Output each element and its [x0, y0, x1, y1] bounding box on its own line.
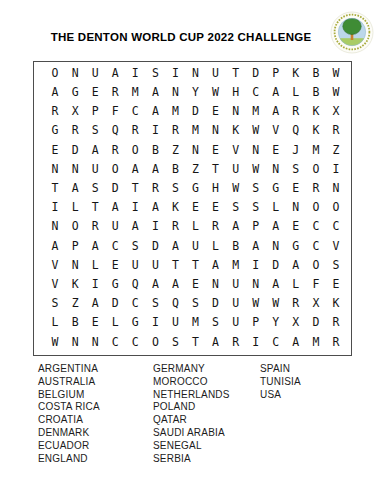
grid-cell: J	[286, 141, 306, 160]
grid-cell: A	[206, 333, 226, 352]
grid-cell: T	[206, 160, 226, 179]
grid-cell: L	[105, 314, 125, 333]
grid-cell: F	[105, 102, 125, 121]
grid-cell: I	[125, 64, 145, 83]
grid-cell: K	[306, 122, 326, 141]
word-list-item: ECUADOR	[38, 440, 153, 453]
grid-cell: D	[105, 179, 125, 198]
grid-cell: N	[206, 275, 226, 294]
word-list-item: SAUDI ARABIA	[153, 427, 260, 440]
grid-cell: S	[85, 122, 105, 141]
grid-cell: S	[145, 294, 165, 313]
grid-cell: E	[105, 256, 125, 275]
grid-cell: L	[45, 314, 65, 333]
grid-cell: E	[286, 218, 306, 237]
grid-cell: M	[165, 102, 185, 121]
grid-cell: A	[206, 256, 226, 275]
word-list-item: QATAR	[153, 414, 260, 427]
grid-cell: B	[306, 83, 326, 102]
grid-cell: M	[185, 314, 205, 333]
grid-cell: L	[185, 218, 205, 237]
grid-cell: Q	[286, 122, 306, 141]
grid-cell: I	[246, 256, 266, 275]
grid-cell: I	[145, 122, 165, 141]
grid-cell: I	[85, 275, 105, 294]
word-search-grid: ONUAISINUTDPKBWAGERMANYWHCALBWRXPFCAMDEN…	[33, 61, 352, 356]
grid-cell: A	[105, 198, 125, 217]
grid-cell: S	[206, 314, 226, 333]
grid-cell: I	[326, 160, 346, 179]
worksheet-page: THE DENTON WORLD CUP 2022 CHALLENGE ONUA…	[0, 0, 386, 500]
grid-cell: R	[65, 122, 85, 141]
grid-cell: G	[266, 179, 286, 198]
grid-cell: A	[286, 256, 306, 275]
grid-cell: T	[185, 333, 205, 352]
grid-cell: W	[226, 179, 246, 198]
word-list-item: AUSTRALIA	[38, 376, 153, 389]
grid-cell: K	[226, 122, 246, 141]
grid-cell: W	[246, 122, 266, 141]
grid-cell: N	[226, 102, 246, 121]
grid-cell: C	[125, 333, 145, 352]
grid-cell: M	[226, 256, 246, 275]
grid-cell: P	[246, 314, 266, 333]
word-list-item: DENMARK	[38, 427, 153, 440]
grid-cell: N	[45, 160, 65, 179]
grid-cell: A	[125, 160, 145, 179]
grid-cell: B	[145, 141, 165, 160]
grid-cell: U	[125, 256, 145, 275]
grid-cell: U	[185, 237, 205, 256]
grid-cell: P	[266, 64, 286, 83]
grid-cell: I	[145, 314, 165, 333]
grid-cell: T	[125, 179, 145, 198]
grid-cell: N	[286, 198, 306, 217]
grid-cell: T	[45, 179, 65, 198]
page-title: THE DENTON WORLD CUP 2022 CHALLENGE	[0, 31, 362, 43]
grid-cell: W	[206, 83, 226, 102]
grid-cell: X	[286, 314, 306, 333]
grid-cell: C	[326, 218, 346, 237]
grid-cell: U	[145, 256, 165, 275]
grid-cell: R	[206, 218, 226, 237]
grid-cell: N	[45, 218, 65, 237]
grid-cell: C	[125, 102, 145, 121]
grid-cell: S	[246, 198, 266, 217]
grid-cell: R	[125, 122, 145, 141]
grid-cell: E	[326, 275, 346, 294]
grid-cell: E	[206, 198, 226, 217]
grid-cell: D	[206, 294, 226, 313]
grid-cell: S	[165, 179, 185, 198]
word-list-item: CROATIA	[38, 414, 153, 427]
grid-cell: S	[326, 256, 346, 275]
grid-cell: A	[266, 275, 286, 294]
grid-cell: B	[165, 160, 185, 179]
grid-cell: V	[266, 122, 286, 141]
grid-cell: S	[125, 237, 145, 256]
grid-cell: T	[185, 256, 205, 275]
word-list-item: SENEGAL	[153, 440, 260, 453]
grid-cell: A	[246, 237, 266, 256]
word-list-item: COSTA RICA	[38, 401, 153, 414]
grid-cell: A	[85, 141, 105, 160]
grid-cell: N	[65, 333, 85, 352]
grid-cell: C	[246, 83, 266, 102]
grid-cell: V	[45, 256, 65, 275]
grid-cell: L	[286, 275, 306, 294]
grid-cell: N	[246, 141, 266, 160]
grid-cell: W	[326, 64, 346, 83]
word-list-item: GERMANY	[153, 363, 260, 376]
grid-cell: M	[185, 122, 205, 141]
grid-cell: N	[326, 179, 346, 198]
grid-cell: A	[105, 64, 125, 83]
grid-cell: A	[145, 102, 165, 121]
grid-cell: S	[185, 294, 205, 313]
grid-cell: L	[65, 198, 85, 217]
grid-cell: T	[226, 64, 246, 83]
grid-cell: O	[306, 198, 326, 217]
grid-cell: D	[105, 294, 125, 313]
word-list: ARGENTINAAUSTRALIABELGIUMCOSTA RICACROAT…	[38, 363, 301, 465]
grid-cell: D	[65, 141, 85, 160]
grid-cell: N	[185, 64, 205, 83]
grid-cell: O	[326, 198, 346, 217]
grid-cell: S	[286, 160, 306, 179]
grid-cell: K	[65, 275, 85, 294]
grid-cell: A	[85, 237, 105, 256]
grid-cell: H	[206, 179, 226, 198]
grid-cell: Y	[266, 314, 286, 333]
grid-cell: K	[165, 198, 185, 217]
grid-cell: O	[125, 141, 145, 160]
grid-cell: M	[125, 83, 145, 102]
grid-cell: K	[326, 294, 346, 313]
grid-cell: A	[45, 237, 65, 256]
grid-cell: Y	[185, 83, 205, 102]
grid-cell: U	[226, 314, 246, 333]
grid-cell: R	[145, 179, 165, 198]
grid-cell: N	[246, 275, 266, 294]
word-list-column: SPAINTUNISIAUSA	[260, 363, 301, 465]
grid-cell: E	[266, 141, 286, 160]
grid-cell: G	[65, 83, 85, 102]
grid-cell: O	[145, 333, 165, 352]
grid-cell: X	[65, 102, 85, 121]
grid-cell: S	[246, 179, 266, 198]
grid-cell: A	[145, 198, 165, 217]
grid-cell: E	[286, 179, 306, 198]
grid-cell: N	[266, 237, 286, 256]
grid-cell: W	[246, 160, 266, 179]
grid-cell: R	[326, 333, 346, 352]
school-logo	[328, 11, 376, 55]
grid-cell: A	[45, 83, 65, 102]
grid-cell: D	[246, 64, 266, 83]
grid-cell: I	[125, 198, 145, 217]
grid-cell: R	[326, 314, 346, 333]
grid-cell: L	[85, 256, 105, 275]
grid-cell: U	[165, 314, 185, 333]
grid-cell: H	[226, 83, 246, 102]
grid-cell: N	[206, 122, 226, 141]
grid-cell: N	[65, 256, 85, 275]
grid-cell: T	[85, 198, 105, 217]
grid-cell: R	[85, 218, 105, 237]
grid-cell: S	[145, 64, 165, 83]
grid-cell: S	[165, 333, 185, 352]
grid-cell: R	[105, 141, 125, 160]
grid-cell: K	[286, 64, 306, 83]
grid-cell: C	[105, 333, 125, 352]
grid-cell: O	[306, 256, 326, 275]
grid-cell: U	[226, 294, 246, 313]
grid-cell: N	[65, 160, 85, 179]
grid-cell: A	[145, 83, 165, 102]
grid-cell: B	[306, 64, 326, 83]
grid-cell: U	[226, 275, 246, 294]
grid-cell: N	[185, 141, 205, 160]
grid-cell: L	[206, 237, 226, 256]
grid-cell: N	[165, 83, 185, 102]
grid-cell: G	[105, 275, 125, 294]
grid-cell: Z	[65, 294, 85, 313]
grid-cell: O	[45, 64, 65, 83]
grid-cell: E	[206, 141, 226, 160]
grid-cell: C	[125, 294, 145, 313]
grid-cell: U	[226, 160, 246, 179]
grid-cell: N	[266, 160, 286, 179]
grid-cell: L	[266, 198, 286, 217]
grid-cell: V	[326, 237, 346, 256]
grid-cell: D	[185, 102, 205, 121]
grid-cell: R	[226, 333, 246, 352]
grid-cell: C	[306, 237, 326, 256]
grid-cell: V	[45, 275, 65, 294]
word-list-column: ARGENTINAAUSTRALIABELGIUMCOSTA RICACROAT…	[38, 363, 153, 465]
word-list-item: SPAIN	[260, 363, 301, 376]
grid-cell: U	[105, 218, 125, 237]
word-list-column: GERMANYMOROCCONETHERLANDSPOLANDQATARSAUD…	[153, 363, 260, 465]
grid-cell: X	[326, 102, 346, 121]
grid-cell: U	[85, 160, 105, 179]
grid-cell: A	[145, 160, 165, 179]
word-list-item: USA	[260, 389, 301, 402]
grid-cell: G	[185, 179, 205, 198]
grid-cell: R	[45, 102, 65, 121]
grid-cell: B	[226, 237, 246, 256]
grid-cell: R	[286, 102, 306, 121]
grid-cell: R	[306, 179, 326, 198]
grid-cell: M	[306, 333, 326, 352]
grid-cell: C	[306, 218, 326, 237]
grid-cell: M	[246, 102, 266, 121]
grid-cell: P	[85, 102, 105, 121]
word-list-item: ENGLAND	[38, 453, 153, 466]
grid-cell: F	[306, 275, 326, 294]
grid-cell: D	[306, 314, 326, 333]
grid-cell: G	[45, 122, 65, 141]
grid-cell: A	[266, 83, 286, 102]
grid-cell: Z	[185, 160, 205, 179]
grid-cell: R	[165, 218, 185, 237]
grid-cell: W	[246, 294, 266, 313]
grid-cell: I	[165, 64, 185, 83]
grid-cell: E	[206, 102, 226, 121]
grid-cell: L	[286, 83, 306, 102]
grid-cell: O	[105, 160, 125, 179]
grid-cell: X	[306, 294, 326, 313]
grid-cell: A	[165, 237, 185, 256]
grid-cell: G	[286, 237, 306, 256]
grid-cell: R	[105, 83, 125, 102]
grid-cell: U	[206, 64, 226, 83]
grid-cell: R	[165, 122, 185, 141]
grid-cell: P	[65, 237, 85, 256]
grid-cell: O	[306, 160, 326, 179]
grid-cell: M	[306, 141, 326, 160]
grid-cell: P	[246, 218, 266, 237]
grid-cell: A	[65, 179, 85, 198]
grid-cell: A	[226, 218, 246, 237]
grid-cell: E	[185, 275, 205, 294]
grid-cell: C	[266, 333, 286, 352]
word-list-item: BELGIUM	[38, 389, 153, 402]
grid-cell: I	[45, 198, 65, 217]
grid-cell: R	[286, 294, 306, 313]
grid-cell: G	[125, 314, 145, 333]
grid-cell: A	[145, 275, 165, 294]
grid-cell: D	[145, 237, 165, 256]
grid-cell: I	[145, 218, 165, 237]
word-list-item: MOROCCO	[153, 376, 260, 389]
grid-cell: K	[306, 102, 326, 121]
grid-cell: S	[45, 294, 65, 313]
grid-cell: W	[266, 294, 286, 313]
grid-cell: A	[125, 218, 145, 237]
grid-cell: T	[165, 256, 185, 275]
grid-cell: U	[85, 64, 105, 83]
grid-cell: E	[45, 141, 65, 160]
school-badge-tree-icon	[328, 11, 376, 55]
grid-cell: S	[85, 179, 105, 198]
grid-cell: E	[85, 314, 105, 333]
grid-cell: D	[266, 256, 286, 275]
grid-cell: Z	[165, 141, 185, 160]
grid-cell: Q	[105, 122, 125, 141]
grid-cell: N	[85, 333, 105, 352]
grid-cell: E	[85, 83, 105, 102]
grid-cell: A	[85, 294, 105, 313]
grid-cell: Q	[165, 294, 185, 313]
word-list-item: SERBIA	[153, 453, 260, 466]
grid-cell: Q	[125, 275, 145, 294]
grid-cell: N	[65, 64, 85, 83]
grid-cell: A	[165, 275, 185, 294]
word-list-item: POLAND	[153, 401, 260, 414]
grid-cell: W	[45, 333, 65, 352]
grid-cell: A	[286, 333, 306, 352]
grid-cell: C	[105, 237, 125, 256]
grid-cell: E	[185, 198, 205, 217]
word-list-item: NETHERLANDS	[153, 389, 260, 402]
grid-cell: S	[226, 198, 246, 217]
grid-cell: V	[226, 141, 246, 160]
grid-cell: B	[65, 314, 85, 333]
grid-cell: I	[246, 333, 266, 352]
grid-cell: Z	[326, 141, 346, 160]
word-list-item: ARGENTINA	[38, 363, 153, 376]
grid-cell: A	[266, 102, 286, 121]
grid-cell: A	[266, 218, 286, 237]
grid-cell: R	[326, 122, 346, 141]
word-list-item: TUNISIA	[260, 376, 301, 389]
grid-cell: O	[65, 218, 85, 237]
grid-cell: W	[326, 83, 346, 102]
